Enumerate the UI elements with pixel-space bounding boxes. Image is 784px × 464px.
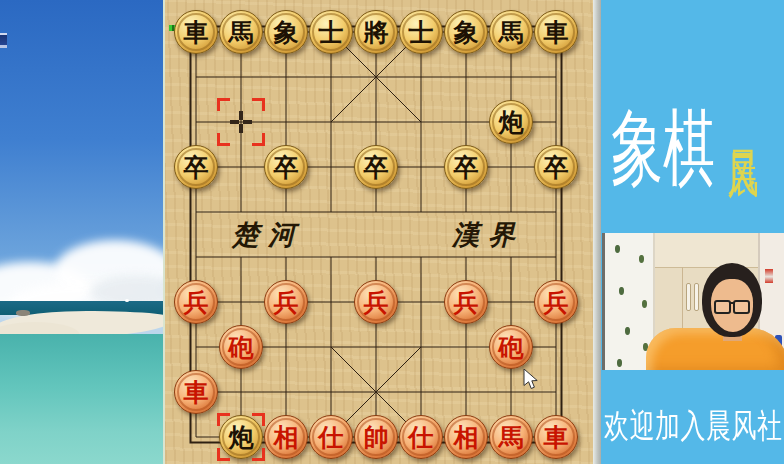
piece-red-chariot[interactable]: 車 [174,370,218,414]
beach-object [16,310,30,316]
window-divider [593,0,601,464]
piece-black-advisor[interactable]: 士 [399,10,443,54]
mouse-cursor [523,369,539,391]
lagoon-water [0,334,163,464]
piece-red-cannon[interactable]: 砲 [489,325,533,369]
river-label-han: 漢界 [452,213,524,257]
piece-red-soldier[interactable]: 兵 [354,280,398,324]
piece-red-chariot[interactable]: 車 [534,415,578,459]
piece-red-horse[interactable]: 馬 [489,415,533,459]
piece-red-soldier[interactable]: 兵 [534,280,578,324]
move-from-marker [217,98,265,146]
brand-title: 象棋 [611,106,715,190]
piece-black-soldier[interactable]: 卒 [264,145,308,189]
glasses [714,300,750,313]
piece-black-chariot[interactable]: 車 [174,10,218,54]
piece-red-general[interactable]: 帥 [354,415,398,459]
piece-black-horse[interactable]: 馬 [489,10,533,54]
piece-black-soldier[interactable]: 卒 [444,145,488,189]
piece-black-elephant[interactable]: 象 [264,10,308,54]
stream-side-panel: 象棋 晨风 欢迎加入晨风社 [601,0,784,464]
brand-subtitle: 晨风 [726,109,759,115]
cabinet-handle [694,283,699,311]
streamer-face [711,279,753,332]
board-grid[interactable]: 楚河 漢界 車馬象士將士象馬車炮卒卒卒卒卒兵兵兵兵兵砲砲車炮相仕帥仕相馬車 [196,32,556,437]
piece-red-elephant[interactable]: 相 [444,415,488,459]
piece-black-chariot[interactable]: 車 [534,10,578,54]
desktop-wallpaper [0,0,163,464]
piece-black-cannon[interactable]: 炮 [489,100,533,144]
desktop-icon-partial[interactable] [0,33,7,48]
panel-slogan: 欢迎加入晨风社 [604,404,783,448]
video-edge-shade [602,233,605,370]
piece-red-soldier[interactable]: 兵 [174,280,218,324]
piece-black-horse[interactable]: 馬 [219,10,263,54]
cabinet-handle [686,283,691,311]
piece-red-soldier[interactable]: 兵 [444,280,488,324]
brand-block: 象棋 晨风 [611,106,759,190]
webcam-video [602,233,784,370]
piece-red-cannon[interactable]: 砲 [219,325,263,369]
piece-black-soldier[interactable]: 卒 [534,145,578,189]
piece-red-advisor[interactable]: 仕 [399,415,443,459]
piece-black-elephant[interactable]: 象 [444,10,488,54]
piece-red-advisor[interactable]: 仕 [309,415,353,459]
streamer-head [702,263,762,337]
river-label-chu: 楚河 [232,213,304,257]
piece-black-soldier[interactable]: 卒 [354,145,398,189]
piece-black-advisor[interactable]: 士 [309,10,353,54]
piece-red-soldier[interactable]: 兵 [264,280,308,324]
move-to-marker [217,413,265,461]
distant-boat [125,299,129,302]
piece-black-general[interactable]: 將 [354,10,398,54]
piece-black-soldier[interactable]: 卒 [174,145,218,189]
piece-red-elephant[interactable]: 相 [264,415,308,459]
xiangqi-board-window: 楚河 漢界 車馬象士將士象馬車炮卒卒卒卒卒兵兵兵兵兵砲砲車炮相仕帥仕相馬車 [163,0,593,464]
screen: 楚河 漢界 車馬象士將士象馬車炮卒卒卒卒卒兵兵兵兵兵砲砲車炮相仕帥仕相馬車 象棋… [0,0,784,464]
